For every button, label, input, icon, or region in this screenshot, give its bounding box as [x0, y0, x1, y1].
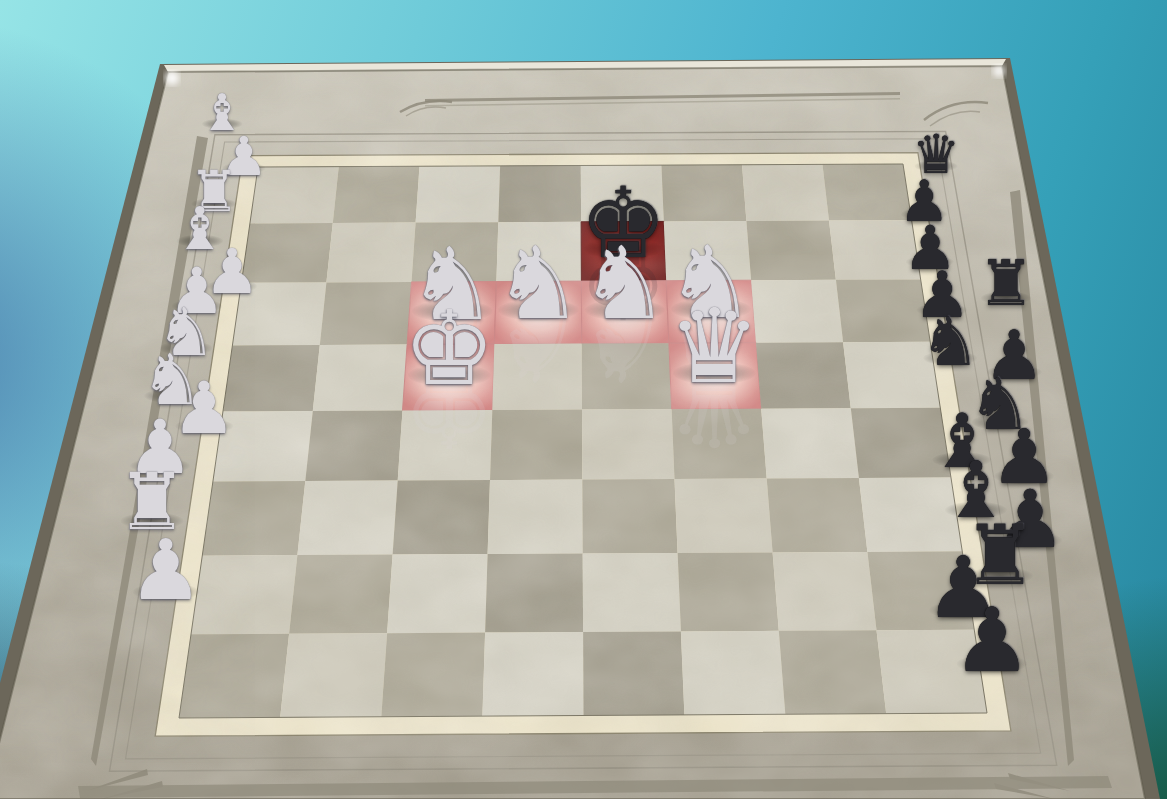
captured-black-15-pawn: ♟	[952, 597, 1031, 686]
corner-glint-left	[165, 71, 179, 85]
piece-white-knight-e6[interactable]: ♞	[580, 234, 670, 334]
corner-glint-right	[993, 65, 1005, 77]
captured-white-12-pawn: ♟	[129, 529, 204, 613]
piece-white-queen-f5[interactable]: ♛	[668, 295, 760, 398]
piece-white-knight-d6[interactable]: ♞	[494, 234, 584, 334]
captured-black-5-rook: ♜	[978, 252, 1034, 315]
piece-white-king-c5[interactable]: ♚	[403, 296, 495, 399]
